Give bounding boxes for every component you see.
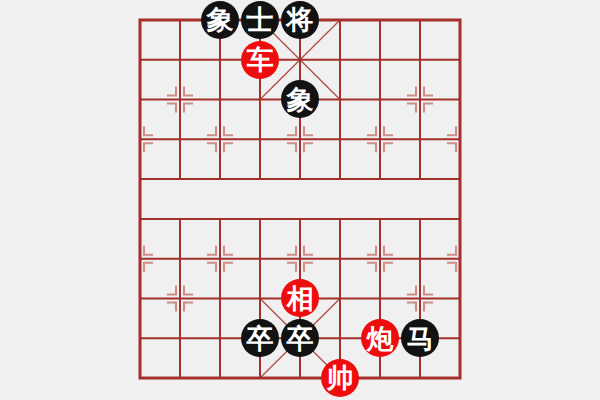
pieces-layer: 象士将车象相卒卒炮马帅	[120, 0, 480, 398]
piece-red-general[interactable]: 帅	[321, 359, 359, 397]
piece-black-elephant-1[interactable]: 象	[201, 1, 239, 39]
piece-black-general[interactable]: 将	[281, 1, 319, 39]
piece-red-elephant[interactable]: 相	[281, 279, 319, 317]
piece-red-cannon[interactable]: 炮	[361, 319, 399, 357]
piece-black-pawn-2[interactable]: 卒	[281, 319, 319, 357]
piece-black-pawn-1[interactable]: 卒	[241, 319, 279, 357]
piece-black-horse[interactable]: 马	[401, 319, 439, 357]
piece-black-elephant-2[interactable]: 象	[281, 80, 319, 118]
piece-red-chariot[interactable]: 车	[241, 41, 279, 79]
piece-black-advisor[interactable]: 士	[241, 1, 279, 39]
xiangqi-diagram: 象士将车象相卒卒炮马帅	[0, 0, 600, 400]
